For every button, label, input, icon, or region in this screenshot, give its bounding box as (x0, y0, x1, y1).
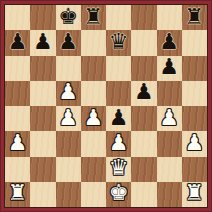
square-c2[interactable] (56, 157, 81, 182)
white-rook: ♜ (8, 182, 28, 204)
square-f4[interactable] (131, 106, 156, 131)
square-d4[interactable]: ♟ (81, 106, 106, 131)
square-f1[interactable] (131, 182, 156, 207)
square-e6[interactable] (106, 56, 131, 81)
square-e4[interactable]: ♟ (106, 106, 131, 131)
square-b3[interactable] (30, 131, 55, 156)
square-c7[interactable]: ♟ (56, 30, 81, 55)
square-g4[interactable]: ♟ (157, 106, 182, 131)
square-e5[interactable] (106, 81, 131, 106)
square-f5[interactable]: ♟ (131, 81, 156, 106)
square-d6[interactable] (81, 56, 106, 81)
square-a1[interactable]: ♜ (5, 182, 30, 207)
white-pawn: ♟ (8, 132, 28, 154)
square-e7[interactable]: ♛ (106, 30, 131, 55)
chess-board: ♚♜♜♟♟♟♛♟♟♟♟♟♟♟♟♟♟♟♛♜♚♜ (5, 5, 207, 207)
square-d2[interactable] (81, 157, 106, 182)
square-f3[interactable] (131, 131, 156, 156)
square-c4[interactable]: ♟ (56, 106, 81, 131)
black-pawn: ♟ (159, 56, 179, 78)
white-pawn: ♟ (58, 107, 78, 129)
square-g1[interactable] (157, 182, 182, 207)
square-c1[interactable] (56, 182, 81, 207)
square-c8[interactable]: ♚ (56, 5, 81, 30)
square-h3[interactable]: ♟ (182, 131, 207, 156)
square-f8[interactable] (131, 5, 156, 30)
square-g2[interactable] (157, 157, 182, 182)
square-d7[interactable] (81, 30, 106, 55)
square-h1[interactable]: ♜ (182, 182, 207, 207)
white-pawn: ♟ (159, 107, 179, 129)
white-pawn: ♟ (58, 81, 78, 103)
square-a5[interactable] (5, 81, 30, 106)
white-pawn: ♟ (84, 107, 104, 129)
black-pawn: ♟ (109, 107, 129, 129)
square-b7[interactable]: ♟ (30, 30, 55, 55)
square-a7[interactable]: ♟ (5, 30, 30, 55)
square-g6[interactable]: ♟ (157, 56, 182, 81)
black-king: ♚ (58, 6, 78, 28)
square-h6[interactable] (182, 56, 207, 81)
square-a2[interactable] (5, 157, 30, 182)
square-b4[interactable] (30, 106, 55, 131)
square-b8[interactable] (30, 5, 55, 30)
black-rook: ♜ (185, 6, 205, 28)
black-queen: ♛ (109, 31, 129, 53)
black-pawn: ♟ (8, 31, 28, 53)
square-f7[interactable] (131, 30, 156, 55)
square-g5[interactable] (157, 81, 182, 106)
square-c5[interactable]: ♟ (56, 81, 81, 106)
white-king: ♚ (109, 182, 129, 204)
black-pawn: ♟ (134, 81, 154, 103)
square-b6[interactable] (30, 56, 55, 81)
square-d3[interactable] (81, 131, 106, 156)
square-g8[interactable] (157, 5, 182, 30)
square-e8[interactable] (106, 5, 131, 30)
square-a6[interactable] (5, 56, 30, 81)
square-a4[interactable] (5, 106, 30, 131)
square-g3[interactable] (157, 131, 182, 156)
square-c3[interactable] (56, 131, 81, 156)
square-a8[interactable] (5, 5, 30, 30)
square-b5[interactable] (30, 81, 55, 106)
square-g7[interactable]: ♟ (157, 30, 182, 55)
square-h5[interactable] (182, 81, 207, 106)
white-pawn: ♟ (185, 132, 205, 154)
square-f2[interactable] (131, 157, 156, 182)
square-d1[interactable] (81, 182, 106, 207)
square-h4[interactable] (182, 106, 207, 131)
square-d8[interactable]: ♜ (81, 5, 106, 30)
square-e1[interactable]: ♚ (106, 182, 131, 207)
black-pawn: ♟ (33, 31, 53, 53)
black-pawn: ♟ (159, 31, 179, 53)
black-rook: ♜ (84, 6, 104, 28)
square-h7[interactable] (182, 30, 207, 55)
square-e2[interactable]: ♛ (106, 157, 131, 182)
black-pawn: ♟ (58, 31, 78, 53)
square-h8[interactable]: ♜ (182, 5, 207, 30)
square-c6[interactable] (56, 56, 81, 81)
square-a3[interactable]: ♟ (5, 131, 30, 156)
chess-board-frame: ♚♜♜♟♟♟♛♟♟♟♟♟♟♟♟♟♟♟♛♜♚♜ (0, 0, 212, 212)
square-b1[interactable] (30, 182, 55, 207)
white-pawn: ♟ (109, 132, 129, 154)
square-e3[interactable]: ♟ (106, 131, 131, 156)
square-b2[interactable] (30, 157, 55, 182)
square-f6[interactable] (131, 56, 156, 81)
white-rook: ♜ (185, 182, 205, 204)
square-h2[interactable] (182, 157, 207, 182)
white-queen: ♛ (109, 157, 129, 179)
square-d5[interactable] (81, 81, 106, 106)
